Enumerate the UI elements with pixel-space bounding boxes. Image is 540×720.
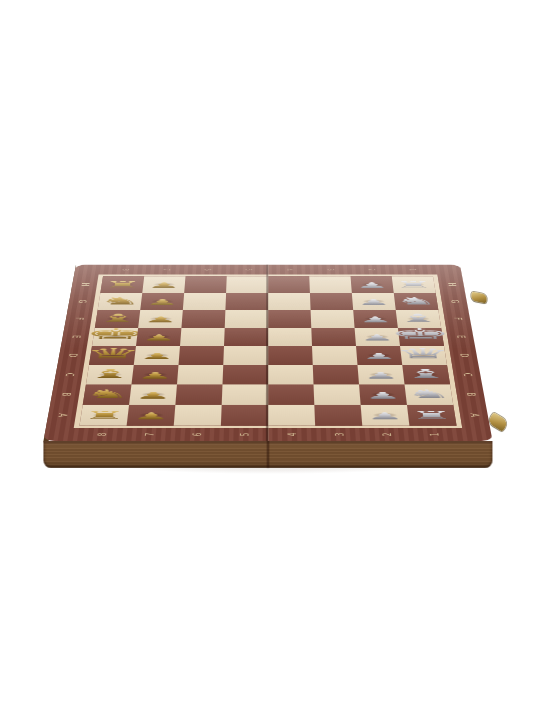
piece-shadow bbox=[368, 412, 402, 418]
piece-d2-white-pawn[interactable]: ♟ bbox=[361, 352, 397, 361]
coord-right-A: A bbox=[468, 413, 480, 417]
coord-left-F: F bbox=[73, 318, 84, 321]
coord-right-H: H bbox=[446, 283, 457, 286]
piece-shadow bbox=[139, 372, 172, 378]
square-d3[interactable] bbox=[312, 346, 357, 365]
square-d4[interactable] bbox=[268, 346, 313, 365]
coord-right-C: C bbox=[461, 373, 473, 376]
square-c8[interactable]: ♝ bbox=[86, 365, 134, 385]
chess-board: ♜♟♟♜♞♟♟♞♝♟♟♝♚♟♟♚♛♟♟♛♝♟♟♝♞♟♟♞♜♟♟♜ HHGGFFE… bbox=[43, 265, 492, 441]
square-e8[interactable]: ♚ bbox=[92, 328, 138, 346]
coord-right-F: F bbox=[452, 318, 463, 321]
piece-h1-white-rook[interactable]: ♜ bbox=[394, 280, 433, 289]
piece-c8-black-bishop[interactable]: ♝ bbox=[85, 368, 135, 380]
piece-a2-white-pawn[interactable]: ♟ bbox=[366, 411, 404, 421]
square-f3[interactable] bbox=[311, 310, 355, 328]
piece-g1-white-knight[interactable]: ♞ bbox=[394, 296, 438, 306]
coord-right-B: B bbox=[464, 393, 476, 396]
square-e5[interactable] bbox=[224, 328, 268, 346]
piece-b8-black-knight[interactable]: ♞ bbox=[83, 388, 131, 400]
piece-g2-white-pawn[interactable]: ♟ bbox=[357, 298, 391, 306]
square-e6[interactable] bbox=[180, 328, 225, 346]
square-g2[interactable]: ♟ bbox=[352, 293, 396, 310]
piece-c2-white-pawn[interactable]: ♟ bbox=[363, 371, 399, 380]
piece-c1-white-bishop[interactable]: ♝ bbox=[401, 368, 451, 380]
square-c4[interactable] bbox=[268, 365, 314, 385]
coord-front-1: 1 bbox=[428, 433, 440, 436]
square-g1[interactable]: ♞ bbox=[394, 293, 439, 310]
piece-a8-black-rook[interactable]: ♜ bbox=[82, 410, 126, 421]
piece-shadow bbox=[87, 412, 121, 418]
piece-f1-white-bishop[interactable]: ♝ bbox=[394, 312, 442, 323]
square-a2[interactable]: ♟ bbox=[361, 405, 410, 426]
coord-right-E: E bbox=[455, 335, 466, 338]
square-g6[interactable] bbox=[183, 293, 226, 310]
coord-front-8: 8 bbox=[96, 433, 108, 436]
piece-h2-white-pawn[interactable]: ♟ bbox=[355, 281, 388, 289]
square-b1[interactable]: ♞ bbox=[405, 384, 454, 404]
square-b2[interactable]: ♟ bbox=[359, 384, 407, 404]
coord-left-H: H bbox=[79, 283, 90, 286]
square-a5[interactable] bbox=[221, 405, 268, 426]
square-b8[interactable]: ♞ bbox=[83, 384, 132, 404]
square-h6[interactable] bbox=[184, 276, 227, 293]
piece-shadow bbox=[90, 391, 124, 397]
piece-d1-white-queen[interactable]: ♛ bbox=[394, 346, 452, 360]
piece-e8-black-king[interactable]: ♚ bbox=[83, 326, 148, 341]
square-a6[interactable] bbox=[174, 405, 222, 426]
coord-right-G: G bbox=[449, 300, 460, 303]
coord-left-A: A bbox=[56, 413, 68, 417]
square-g3[interactable] bbox=[310, 293, 353, 310]
square-h5[interactable] bbox=[226, 276, 268, 293]
piece-g7-black-pawn[interactable]: ♟ bbox=[145, 298, 179, 306]
square-f6[interactable] bbox=[181, 310, 225, 328]
coord-front-7: 7 bbox=[143, 433, 155, 436]
coord-left-D: D bbox=[67, 354, 79, 358]
square-g8[interactable]: ♞ bbox=[98, 293, 143, 310]
piece-g8-black-knight[interactable]: ♞ bbox=[98, 296, 142, 306]
square-h7[interactable]: ♟ bbox=[142, 276, 185, 293]
piece-shadow bbox=[93, 372, 126, 378]
square-h1[interactable]: ♜ bbox=[392, 276, 436, 293]
coord-front-4: 4 bbox=[286, 433, 298, 436]
square-b4[interactable] bbox=[268, 384, 314, 404]
coord-left-E: E bbox=[70, 335, 81, 338]
piece-c7-black-pawn[interactable]: ♟ bbox=[137, 371, 173, 380]
square-b6[interactable] bbox=[175, 384, 222, 404]
square-c3[interactable] bbox=[313, 365, 359, 385]
coord-front-2: 2 bbox=[381, 433, 393, 436]
board-front-edge bbox=[43, 441, 492, 468]
piece-a7-black-pawn[interactable]: ♟ bbox=[132, 411, 170, 421]
piece-shadow bbox=[412, 391, 446, 397]
piece-f2-white-pawn[interactable]: ♟ bbox=[358, 315, 392, 323]
piece-b2-white-pawn[interactable]: ♟ bbox=[364, 391, 401, 400]
product-photo: ♜♟♟♜♞♟♟♞♝♟♟♝♚♟♟♚♛♟♟♛♝♟♟♝♞♟♟♞♜♟♟♜ HHGGFFE… bbox=[0, 0, 540, 720]
square-b5[interactable] bbox=[222, 384, 268, 404]
square-g5[interactable] bbox=[225, 293, 268, 310]
piece-shadow bbox=[409, 372, 442, 378]
coord-back-5: 5 bbox=[243, 269, 251, 271]
square-a3[interactable] bbox=[314, 405, 362, 426]
coord-back-1: 1 bbox=[407, 269, 416, 271]
square-b7[interactable]: ♟ bbox=[129, 384, 177, 404]
square-h2[interactable]: ♟ bbox=[351, 276, 394, 293]
square-a7[interactable]: ♟ bbox=[127, 405, 176, 426]
piece-shadow bbox=[366, 391, 400, 397]
square-c6[interactable] bbox=[177, 365, 223, 385]
square-a4[interactable] bbox=[268, 405, 315, 426]
piece-f7-black-pawn[interactable]: ♟ bbox=[143, 315, 177, 323]
piece-b1-white-knight[interactable]: ♞ bbox=[405, 388, 453, 400]
coord-back-6: 6 bbox=[202, 269, 211, 271]
hinge-seam-front bbox=[267, 441, 269, 468]
coord-back-2: 2 bbox=[366, 269, 375, 271]
square-c2[interactable]: ♟ bbox=[357, 365, 404, 385]
square-e1[interactable]: ♚ bbox=[398, 328, 444, 346]
square-f5[interactable] bbox=[225, 310, 268, 328]
coord-back-8: 8 bbox=[120, 269, 129, 271]
piece-b7-black-pawn[interactable]: ♟ bbox=[135, 391, 172, 400]
square-g7[interactable]: ♟ bbox=[140, 293, 184, 310]
square-c5[interactable] bbox=[222, 365, 268, 385]
square-c1[interactable]: ♝ bbox=[402, 365, 450, 385]
square-h8[interactable]: ♜ bbox=[100, 276, 144, 293]
coord-back-3: 3 bbox=[325, 269, 334, 271]
piece-h7-black-pawn[interactable]: ♟ bbox=[147, 281, 180, 289]
square-h4[interactable] bbox=[268, 276, 310, 293]
square-g4[interactable] bbox=[268, 293, 311, 310]
coord-left-G: G bbox=[76, 300, 87, 303]
square-a1[interactable]: ♜ bbox=[407, 405, 457, 426]
piece-shadow bbox=[134, 412, 168, 418]
piece-shadow bbox=[414, 412, 448, 418]
piece-d7-black-pawn[interactable]: ♟ bbox=[139, 352, 175, 361]
coord-front-3: 3 bbox=[333, 433, 345, 436]
square-h3[interactable] bbox=[309, 276, 352, 293]
piece-f8-black-bishop[interactable]: ♝ bbox=[94, 312, 142, 323]
square-a8[interactable]: ♜ bbox=[79, 405, 129, 426]
square-f4[interactable] bbox=[268, 310, 311, 328]
coord-front-5: 5 bbox=[238, 433, 250, 436]
square-d6[interactable] bbox=[179, 346, 224, 365]
coord-back-7: 7 bbox=[161, 269, 170, 271]
square-d1[interactable]: ♛ bbox=[400, 346, 447, 365]
piece-shadow bbox=[364, 372, 397, 378]
piece-shadow bbox=[136, 391, 170, 397]
piece-h8-black-rook[interactable]: ♜ bbox=[103, 236, 141, 289]
chessboard-scene: ♜♟♟♜♞♟♟♞♝♟♟♝♚♟♟♚♛♟♟♛♝♟♟♝♞♟♟♞♜♟♟♜ HHGGFFE… bbox=[61, 139, 475, 553]
board-left-edge bbox=[43, 265, 76, 464]
square-c7[interactable]: ♟ bbox=[131, 365, 178, 385]
square-d8[interactable]: ♛ bbox=[89, 346, 136, 365]
square-b3[interactable] bbox=[314, 384, 361, 404]
coord-right-D: D bbox=[458, 354, 470, 358]
square-d5[interactable] bbox=[223, 346, 268, 365]
piece-a1-white-rook[interactable]: ♜ bbox=[410, 410, 454, 421]
coord-back-4: 4 bbox=[284, 269, 292, 271]
coord-left-B: B bbox=[60, 393, 72, 396]
coord-left-C: C bbox=[63, 373, 75, 376]
coord-front-6: 6 bbox=[191, 433, 203, 436]
piece-e7-black-pawn[interactable]: ♟ bbox=[141, 333, 176, 341]
square-e4[interactable] bbox=[268, 328, 312, 346]
square-e3[interactable] bbox=[311, 328, 356, 346]
piece-e1-white-king[interactable]: ♚ bbox=[388, 326, 453, 341]
piece-d8-black-queen[interactable]: ♛ bbox=[84, 346, 142, 360]
